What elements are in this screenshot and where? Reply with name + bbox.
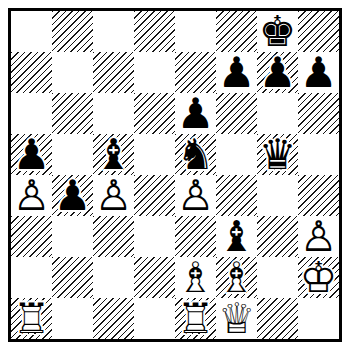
square-g4[interactable] xyxy=(257,175,298,216)
square-e3[interactable] xyxy=(175,216,216,257)
chess-board: ♚♚♟♟♟♟♟♟♟♟♟♟♝♝♞♞♛♛♟♙♟♟♟♙♟♙♝♝♟♙♝♗♝♗♚♔♜♖♜♖… xyxy=(11,11,339,339)
piece-black-queen[interactable]: ♛♛ xyxy=(259,134,297,176)
piece-black-pawn[interactable]: ♟♟ xyxy=(218,52,256,94)
piece-black-pawn[interactable]: ♟♟ xyxy=(259,52,297,94)
piece-glyph: ♗ xyxy=(218,257,256,299)
square-e2[interactable]: ♝♗ xyxy=(175,257,216,298)
piece-glyph: ♟ xyxy=(13,134,51,176)
square-d4[interactable] xyxy=(134,175,175,216)
piece-glyph: ♝ xyxy=(95,134,133,176)
piece-glyph: ♚ xyxy=(259,11,297,53)
piece-glyph: ♖ xyxy=(13,298,51,340)
piece-white-pawn[interactable]: ♟♙ xyxy=(300,216,338,258)
square-d8[interactable] xyxy=(134,11,175,52)
piece-glyph: ♝ xyxy=(218,216,256,258)
piece-black-bishop[interactable]: ♝♝ xyxy=(218,216,256,258)
square-h8[interactable] xyxy=(298,11,339,52)
square-f1[interactable]: ♛♕ xyxy=(216,298,257,339)
piece-black-bishop[interactable]: ♝♝ xyxy=(95,134,133,176)
square-h7[interactable]: ♟♟ xyxy=(298,52,339,93)
square-a3[interactable] xyxy=(11,216,52,257)
piece-black-pawn[interactable]: ♟♟ xyxy=(13,134,51,176)
piece-glyph: ♖ xyxy=(177,298,215,340)
square-c5[interactable]: ♝♝ xyxy=(93,134,134,175)
square-a5[interactable]: ♟♟ xyxy=(11,134,52,175)
square-c6[interactable] xyxy=(93,93,134,134)
piece-white-bishop[interactable]: ♝♗ xyxy=(218,257,256,299)
square-b2[interactable] xyxy=(52,257,93,298)
square-f2[interactable]: ♝♗ xyxy=(216,257,257,298)
chess-board-frame: ♚♚♟♟♟♟♟♟♟♟♟♟♝♝♞♞♛♛♟♙♟♟♟♙♟♙♝♝♟♙♝♗♝♗♚♔♜♖♜♖… xyxy=(8,8,342,342)
square-e1[interactable]: ♜♖ xyxy=(175,298,216,339)
square-g3[interactable] xyxy=(257,216,298,257)
piece-black-pawn[interactable]: ♟♟ xyxy=(54,175,92,217)
square-f5[interactable] xyxy=(216,134,257,175)
square-e6[interactable]: ♟♟ xyxy=(175,93,216,134)
piece-white-pawn[interactable]: ♟♙ xyxy=(177,175,215,217)
piece-glyph: ♔ xyxy=(300,257,338,299)
piece-white-rook[interactable]: ♜♖ xyxy=(13,298,51,340)
square-b1[interactable] xyxy=(52,298,93,339)
square-g1[interactable] xyxy=(257,298,298,339)
piece-black-pawn[interactable]: ♟♟ xyxy=(300,52,338,94)
square-c1[interactable] xyxy=(93,298,134,339)
square-d1[interactable] xyxy=(134,298,175,339)
piece-white-pawn[interactable]: ♟♙ xyxy=(95,175,133,217)
square-b6[interactable] xyxy=(52,93,93,134)
square-a7[interactable] xyxy=(11,52,52,93)
piece-white-pawn[interactable]: ♟♙ xyxy=(13,175,51,217)
square-d7[interactable] xyxy=(134,52,175,93)
square-f7[interactable]: ♟♟ xyxy=(216,52,257,93)
square-c4[interactable]: ♟♙ xyxy=(93,175,134,216)
square-g8[interactable]: ♚♚ xyxy=(257,11,298,52)
square-e5[interactable]: ♞♞ xyxy=(175,134,216,175)
square-d3[interactable] xyxy=(134,216,175,257)
square-g7[interactable]: ♟♟ xyxy=(257,52,298,93)
piece-white-queen[interactable]: ♛♕ xyxy=(218,298,256,340)
square-b8[interactable] xyxy=(52,11,93,52)
square-h4[interactable] xyxy=(298,175,339,216)
square-f6[interactable] xyxy=(216,93,257,134)
square-h6[interactable] xyxy=(298,93,339,134)
piece-white-bishop[interactable]: ♝♗ xyxy=(177,257,215,299)
square-h3[interactable]: ♟♙ xyxy=(298,216,339,257)
square-h2[interactable]: ♚♔ xyxy=(298,257,339,298)
square-g2[interactable] xyxy=(257,257,298,298)
piece-glyph: ♞ xyxy=(177,134,215,176)
square-b4[interactable]: ♟♟ xyxy=(52,175,93,216)
square-e8[interactable] xyxy=(175,11,216,52)
piece-black-king[interactable]: ♚♚ xyxy=(259,11,297,53)
square-h1[interactable] xyxy=(298,298,339,339)
square-d2[interactable] xyxy=(134,257,175,298)
square-f4[interactable] xyxy=(216,175,257,216)
square-c8[interactable] xyxy=(93,11,134,52)
square-d5[interactable] xyxy=(134,134,175,175)
square-b5[interactable] xyxy=(52,134,93,175)
square-e7[interactable] xyxy=(175,52,216,93)
piece-glyph: ♟ xyxy=(259,52,297,94)
square-h5[interactable] xyxy=(298,134,339,175)
square-f3[interactable]: ♝♝ xyxy=(216,216,257,257)
square-g6[interactable] xyxy=(257,93,298,134)
piece-glyph: ♟ xyxy=(177,93,215,135)
piece-glyph: ♛ xyxy=(259,134,297,176)
piece-white-king[interactable]: ♚♔ xyxy=(300,257,338,299)
square-c7[interactable] xyxy=(93,52,134,93)
piece-glyph: ♙ xyxy=(95,175,133,217)
piece-glyph: ♙ xyxy=(177,175,215,217)
square-d6[interactable] xyxy=(134,93,175,134)
square-b7[interactable] xyxy=(52,52,93,93)
square-a6[interactable] xyxy=(11,93,52,134)
piece-glyph: ♟ xyxy=(300,52,338,94)
square-c3[interactable] xyxy=(93,216,134,257)
piece-glyph: ♕ xyxy=(218,298,256,340)
square-e4[interactable]: ♟♙ xyxy=(175,175,216,216)
piece-glyph: ♗ xyxy=(177,257,215,299)
square-b3[interactable] xyxy=(52,216,93,257)
piece-glyph: ♟ xyxy=(54,175,92,217)
square-f8[interactable] xyxy=(216,11,257,52)
square-a8[interactable] xyxy=(11,11,52,52)
square-a4[interactable]: ♟♙ xyxy=(11,175,52,216)
square-g5[interactable]: ♛♛ xyxy=(257,134,298,175)
square-a1[interactable]: ♜♖ xyxy=(11,298,52,339)
square-a2[interactable] xyxy=(11,257,52,298)
piece-glyph: ♟ xyxy=(218,52,256,94)
piece-black-pawn[interactable]: ♟♟ xyxy=(177,93,215,135)
square-c2[interactable] xyxy=(93,257,134,298)
piece-glyph: ♙ xyxy=(300,216,338,258)
piece-white-rook[interactable]: ♜♖ xyxy=(177,298,215,340)
piece-glyph: ♙ xyxy=(13,175,51,217)
piece-black-knight[interactable]: ♞♞ xyxy=(177,134,215,176)
